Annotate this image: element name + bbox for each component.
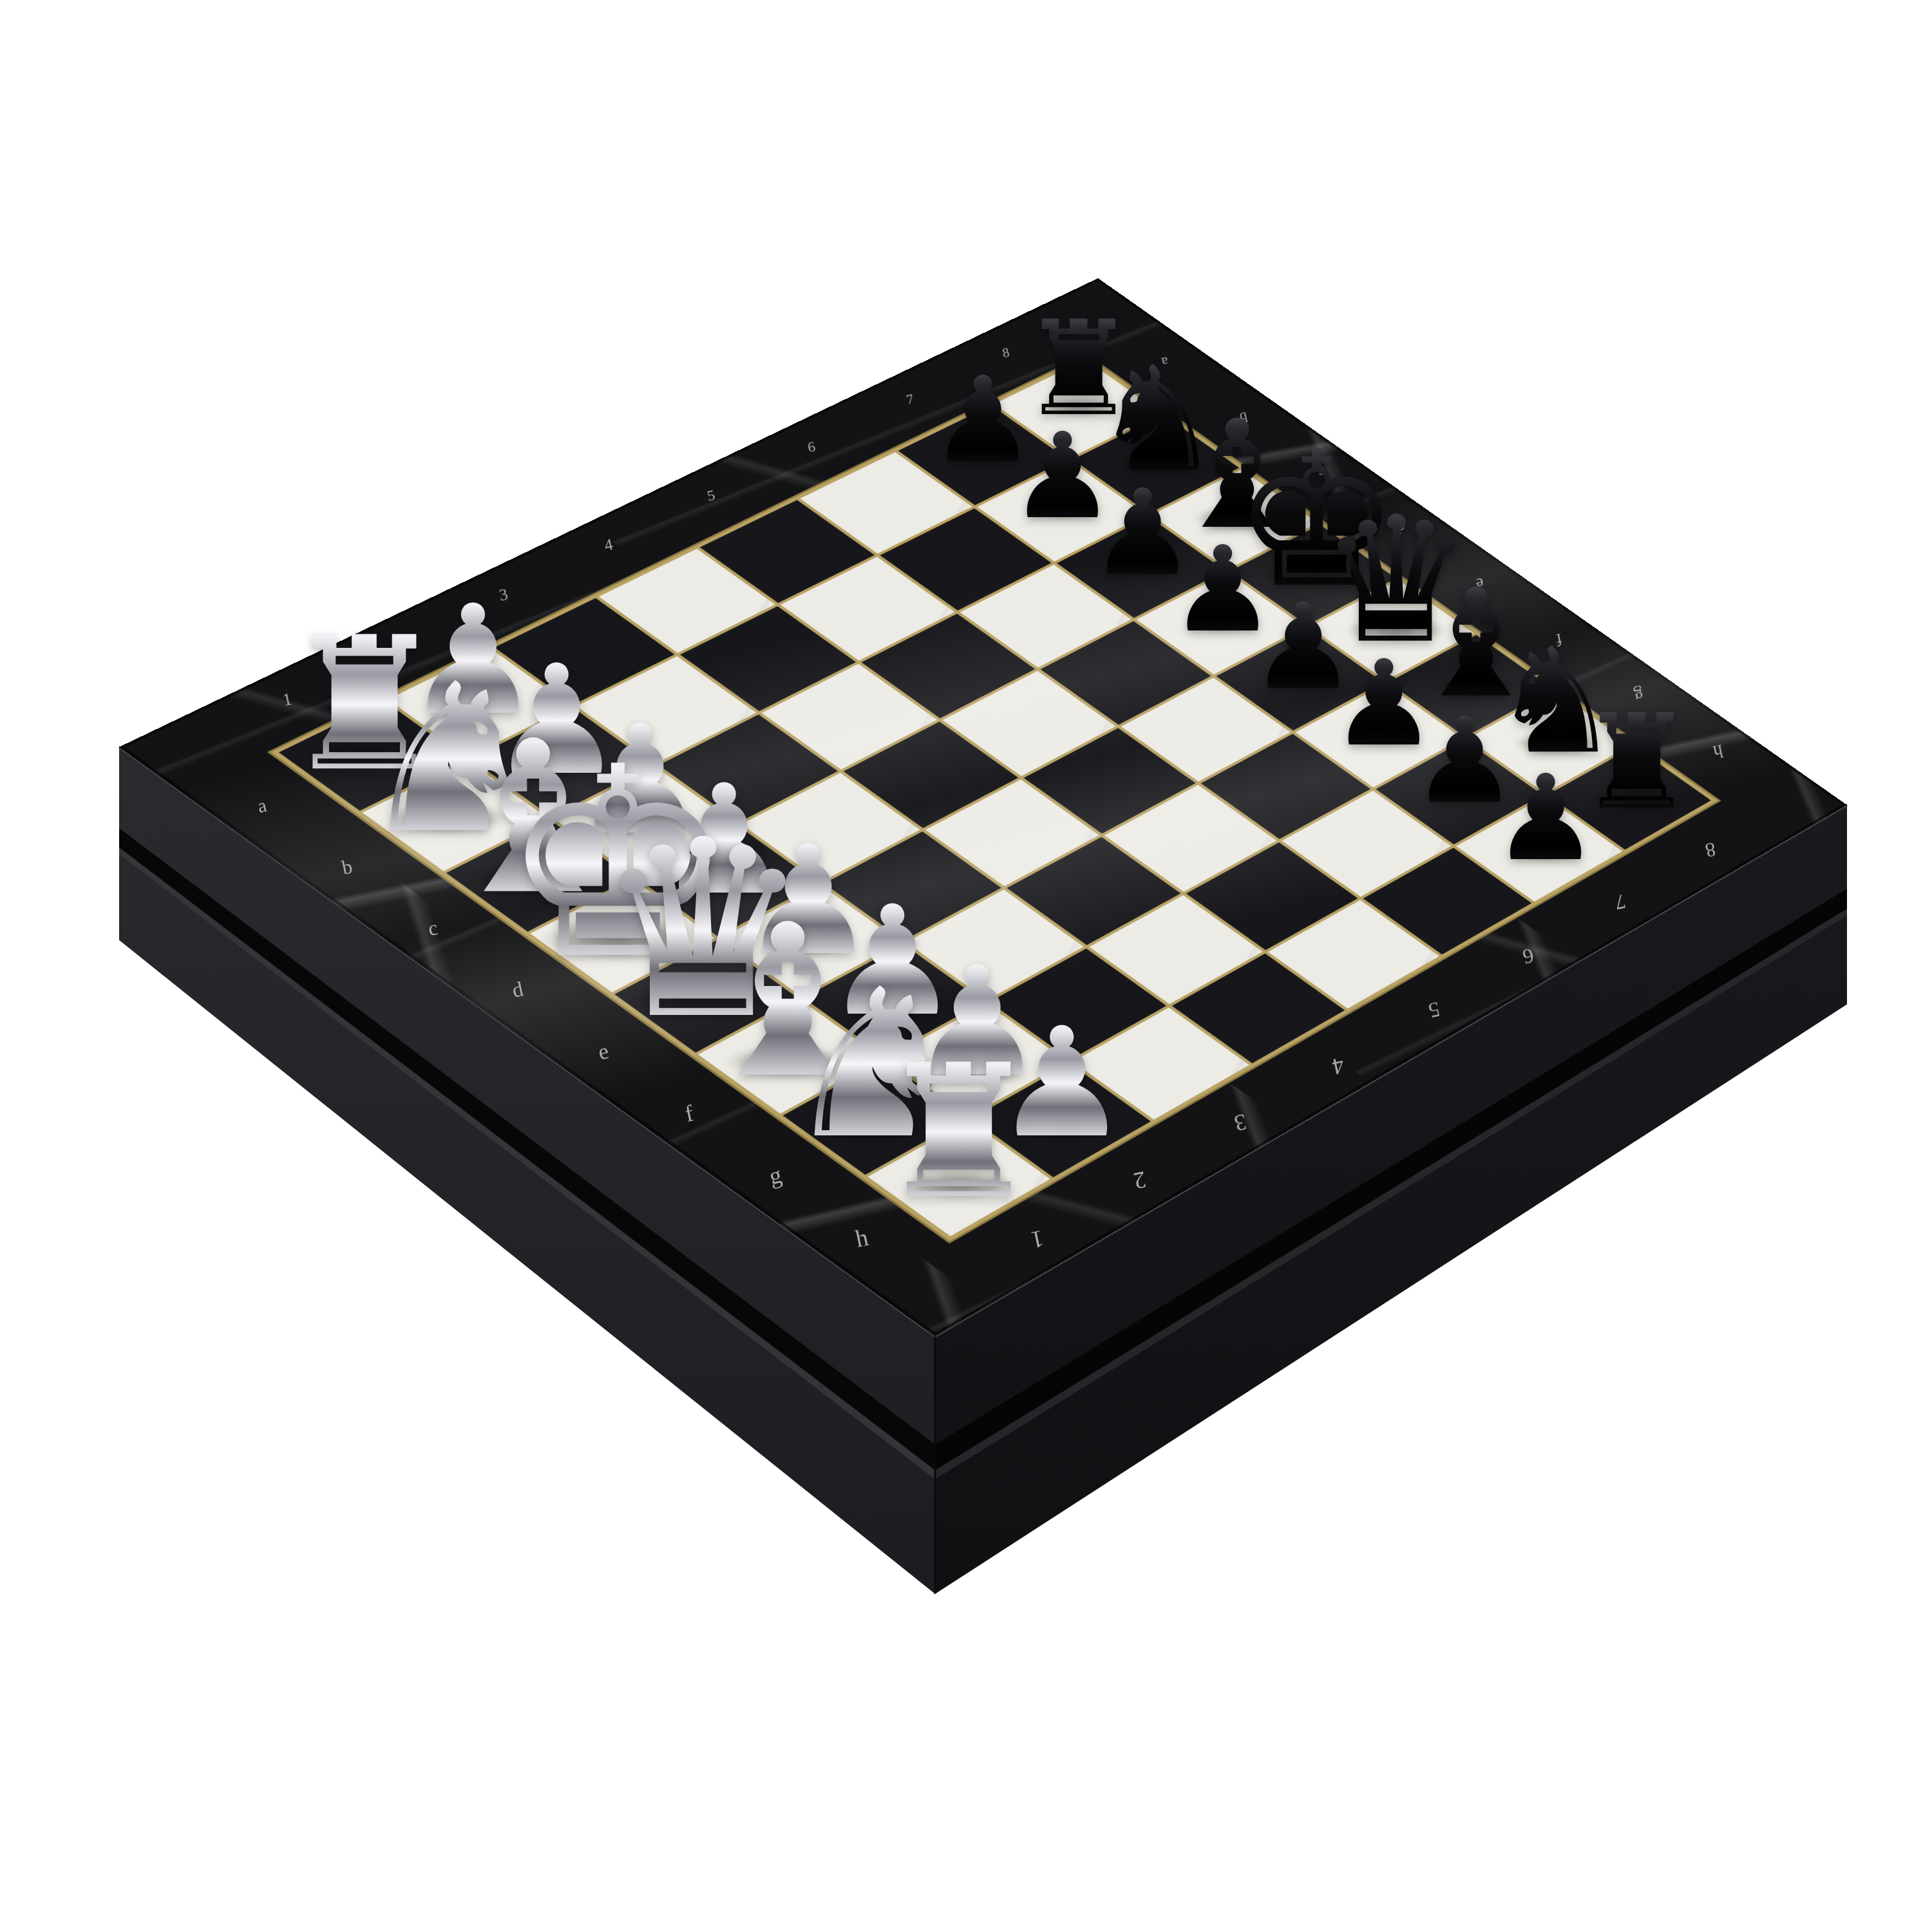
piece-white-rook-h1[interactable]: ♜ xyxy=(876,1040,1041,1224)
chess-set-photo: aabbccddeeffgghh1122334455667788♜♞♝♚♛♝♞♜… xyxy=(0,0,1932,1932)
piece-black-pawn-h7[interactable]: ♟ xyxy=(1493,759,1599,877)
pieces-and-labels-layer: aabbccddeeffgghh1122334455667788♜♞♝♚♛♝♞♜… xyxy=(0,0,1932,1932)
